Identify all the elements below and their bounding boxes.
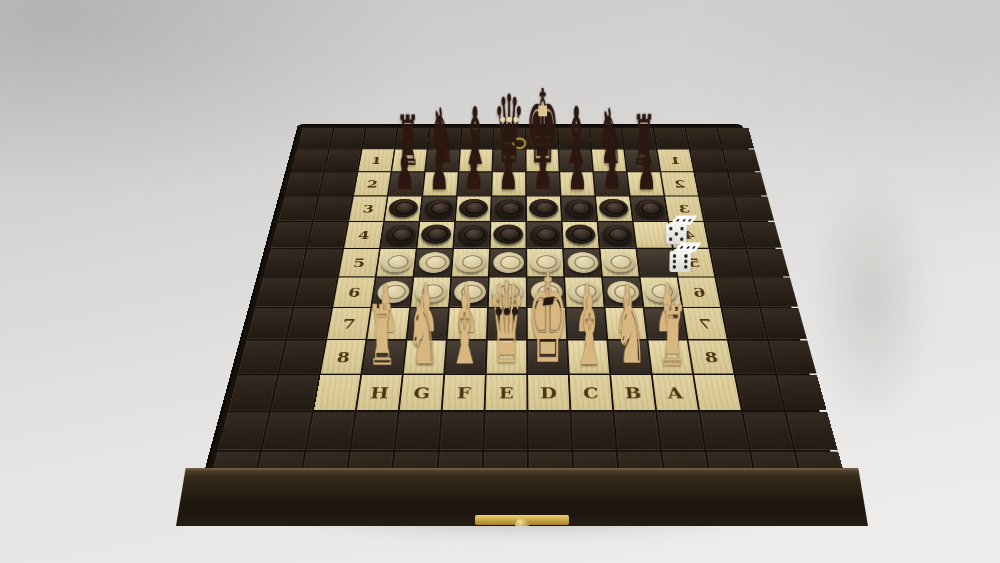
checker-ring [391,228,413,241]
square-e3[interactable] [491,196,525,220]
checker-ring [610,255,632,269]
frame-tile [528,412,571,450]
frame-tile [279,340,325,373]
rank-label-text: 1 [370,155,382,166]
frame-tile [747,249,790,276]
piece-glyph: ♚ [527,267,569,371]
square-f2[interactable]: ♟ [458,172,492,195]
piece-glyph: ♟ [395,145,415,194]
square-a4[interactable] [634,222,672,248]
frame-tile [729,340,775,373]
checker-dark[interactable] [565,225,596,244]
piece-dark-pawn[interactable]: ♟ [597,161,629,194]
checker-ring [427,228,449,241]
square-f8[interactable]: ♝ [445,340,486,373]
rank-label-text: 3 [677,202,690,215]
checker-ring [425,256,447,270]
die-pip [673,254,676,258]
file-label-text: G [413,383,431,401]
checker-ring [387,255,410,269]
piece-dark-pawn[interactable]: ♟ [423,162,456,195]
rank-label-text: 7 [341,315,356,331]
square-h4[interactable] [381,222,419,248]
file-label-text: D [540,383,557,401]
square-c3[interactable] [561,196,596,220]
file-label-text: C [582,383,599,401]
rank-label-text: 2 [673,178,686,190]
die-pip [679,246,683,249]
square-b8[interactable]: ♞ [608,340,650,373]
die-pip [684,260,687,264]
frame-tile [722,308,767,339]
frame-tile [285,172,323,195]
piece-glyph: ♟ [603,145,623,194]
frame-tile [330,128,365,149]
frame-tile [278,196,318,220]
piece-glyph: ♟ [637,145,657,194]
frame-tile [255,278,299,307]
checker-dark[interactable] [424,199,455,217]
frame-tile [307,412,355,450]
die-pip [680,237,683,241]
square-c2[interactable]: ♟ [560,172,594,195]
piece-glyph: ♜ [367,301,396,372]
frame-tile [351,412,398,450]
square-d3[interactable] [527,196,561,220]
frame-tile [395,412,440,450]
frame-tile [690,149,727,171]
checker-ring [536,228,557,241]
square-a8[interactable]: ♜ [648,340,692,373]
frame-tile [263,249,305,276]
checker-dark[interactable] [598,199,629,217]
rank-label-text: 6 [692,284,707,299]
rank-label-text: 3 [362,202,375,215]
square-c8[interactable]: ♝ [568,340,609,373]
queen-crown-balls [495,308,518,315]
checker-ring [501,202,521,214]
piece-light-rook[interactable]: ♜ [363,324,402,371]
piece-light-bishop[interactable]: ♝ [446,318,484,372]
piece-glyph: ♟ [499,145,518,194]
rank-label-left-3: 3 [349,196,387,220]
file-label-c: C [570,375,613,410]
frame-tile [238,340,285,373]
checker-ring [465,202,485,214]
square-g4[interactable] [417,222,454,248]
checker-dark[interactable] [565,199,595,217]
checker-ring [461,255,483,269]
checker-ring [574,256,596,270]
frame-tile [325,149,361,171]
frame-tile [247,308,292,339]
piece-light-king[interactable]: ♚ [529,297,567,371]
die-pip [682,219,686,222]
frame-tile [440,412,484,450]
piece-dark-pawn[interactable]: ♟ [492,162,525,195]
die-pip [686,246,690,249]
rank-label-text: 5 [352,255,366,269]
frame-tile [294,278,337,307]
box-front-face [176,468,868,526]
rank-label-right-2: 2 [661,172,698,195]
file-label-g: G [400,375,444,410]
square-g2[interactable]: ♟ [423,172,458,195]
checker-dark[interactable] [493,225,523,244]
file-label-e: E [485,375,526,410]
square-d2[interactable]: ♟ [527,172,560,195]
frame-tile [308,222,348,248]
checker-dark[interactable] [457,225,488,244]
board-perspective-wrap: 1♜♞♝♛♚♝♞♜12♟♟♟♟♟♟♟♟2334455667♟♟♟♟♟♟♟♟78♜… [200,126,839,497]
file-label-f: F [443,375,485,410]
square-b3[interactable] [596,196,632,220]
piece-glyph: ♞ [407,294,439,373]
square-d4[interactable] [527,222,562,248]
rank-label-text: 8 [703,348,719,365]
piece-glyph: ♟ [430,145,450,194]
die-pip [669,237,672,241]
frame-tile [484,412,526,450]
chessboard: 1♜♞♝♛♚♝♞♜12♟♟♟♟♟♟♟♟2334455667♟♟♟♟♟♟♟♟78♜… [200,126,839,497]
frame-tile [710,249,752,276]
checker-dark[interactable] [384,225,416,244]
checker-ring [571,202,592,214]
piece-glyph: ♛ [487,276,525,372]
frame-tile [700,196,739,220]
piece-glyph: ♟ [534,145,553,194]
checker-dark[interactable] [634,199,666,217]
piece-glyph: ♝ [573,291,606,372]
rank-label-left-5: 5 [339,249,379,276]
piece-glyph: ♜ [658,301,687,372]
square-e2[interactable]: ♟ [492,172,525,195]
piece-light-knight[interactable]: ♞ [403,320,443,372]
file-label-text: B [624,383,642,401]
die-pip [675,232,678,236]
die-pip [676,219,680,222]
frame-tile [271,375,319,410]
rank-label-right-8: 8 [689,340,734,373]
frame-tile [734,196,774,220]
die-2[interactable] [669,242,698,272]
frame-tile [700,412,749,450]
checker-dark[interactable] [530,225,560,244]
frame-tile [657,412,704,450]
checker-ring [605,202,626,214]
square-f4[interactable] [454,222,490,248]
square-b2[interactable]: ♟ [594,172,629,195]
square-g8[interactable]: ♞ [404,340,446,373]
square-h3[interactable] [385,196,422,220]
die-pip [692,246,696,249]
piece-glyph: ♟ [464,145,483,194]
die-pip [684,265,687,269]
square-e4[interactable] [491,222,526,248]
piece-dark-pawn[interactable]: ♟ [561,162,594,195]
square-f3[interactable] [456,196,491,220]
checker-dark[interactable] [458,199,488,217]
frame-tile [740,222,781,248]
frame-tile [218,412,269,450]
checker-ring [499,228,520,241]
piece-glyph: ♟ [568,145,588,194]
frame-tile [716,278,759,307]
checker-ring [430,202,451,214]
file-label-a: A [653,375,698,410]
rank-label-text: 2 [366,178,379,190]
file-label-d: D [528,375,569,410]
file-label-text: F [457,383,472,401]
checker-ring [464,228,485,241]
rank-label-text: 6 [347,284,362,299]
square-a3[interactable] [631,196,668,220]
square-a2[interactable]: ♟ [628,172,664,195]
piece-dark-pawn[interactable]: ♟ [528,161,560,194]
frame-tile [571,412,615,450]
die-pip [688,219,692,222]
file-label-b: B [611,375,655,410]
frame-tile [723,149,760,171]
label-corner-cell [314,375,360,410]
checker-ring [571,228,592,241]
square-h8[interactable]: ♜ [362,340,405,373]
frame-tile [718,128,754,149]
checker-ring [608,228,630,241]
chess-set-photo: 1♜♞♝♛♚♝♞♜12♟♟♟♟♟♟♟♟2334455667♟♟♟♟♟♟♟♟78♜… [0,0,1000,563]
square-b4[interactable] [598,222,635,248]
frame-tile [228,375,277,410]
square-h2[interactable]: ♟ [389,172,425,195]
piece-light-rook[interactable]: ♜ [652,325,692,372]
checker-dark[interactable] [495,199,524,217]
square-c4[interactable] [563,222,599,248]
checker-ring [535,202,555,214]
square-g3[interactable] [420,196,456,220]
frame-tile [729,172,768,195]
label-corner-cell [694,375,741,410]
brass-latch[interactable] [475,515,569,525]
rank-label-text: 1 [669,155,682,166]
frame-tile [754,278,798,307]
piece-dark-pawn[interactable]: ♟ [389,161,421,194]
frame-tile [314,196,353,220]
checker-dark[interactable] [529,199,558,217]
piece-light-knight[interactable]: ♞ [612,319,651,371]
piece-dark-pawn[interactable]: ♟ [458,161,490,194]
checker-dark[interactable] [388,199,419,217]
checker-ring [640,202,662,214]
die-pip [669,227,672,231]
frame-tile [705,222,745,248]
file-label-text: A [666,383,684,401]
piece-light-queen[interactable]: ♛ [486,308,526,372]
frame-tile [287,308,331,339]
die-pip [680,227,683,231]
die-front-face [666,223,687,244]
frame-tile [695,172,733,195]
die-1[interactable] [666,215,694,244]
die-pip [684,254,687,258]
file-label-text: H [369,383,390,401]
king-cross-icon [538,106,547,117]
frame-tile [297,128,333,149]
file-label-h: H [357,375,402,410]
queen-crown-balls [500,117,518,123]
frame-tile [614,412,660,450]
frame-tile [291,149,328,171]
frame-tile [271,222,312,248]
rank-label-text: 8 [335,348,351,365]
piece-glyph: ♝ [449,290,482,371]
rank-label-left-8: 8 [321,340,366,373]
rank-label-text: 7 [697,315,712,331]
piece-glyph: ♞ [615,293,647,371]
rank-label-text: 4 [357,228,371,241]
piece-dark-pawn[interactable]: ♟ [630,162,664,195]
rank-label-left-4: 4 [344,222,383,248]
frame-tile [736,375,784,410]
piece-light-bishop[interactable]: ♝ [570,318,610,372]
checker-dark[interactable] [602,225,634,244]
square-d8[interactable]: ♚ [528,340,568,373]
frame-tile [262,412,312,450]
rank-label-left-2: 2 [354,172,391,195]
frame-tile [301,249,342,276]
die-pip [673,260,676,264]
frame-tile [686,128,722,149]
checker-dark[interactable] [420,225,452,244]
square-e8[interactable]: ♛ [487,340,527,373]
checker-ring [394,202,415,214]
frame-tile [743,412,793,450]
frame-tile [319,172,356,195]
file-label-text: E [499,383,514,401]
